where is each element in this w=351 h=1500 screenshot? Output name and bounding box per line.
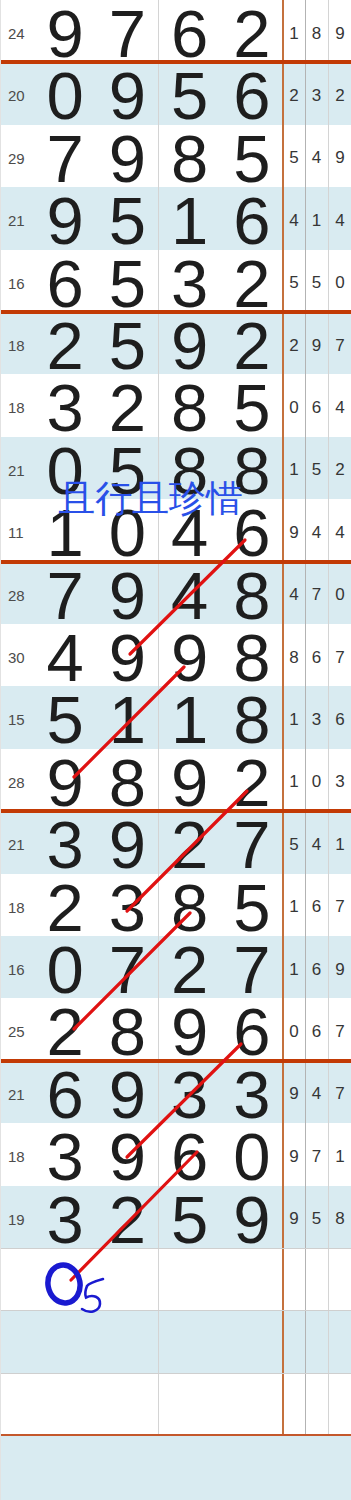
handwritten-5-annotation bbox=[82, 1279, 103, 1312]
trend-segment bbox=[71, 1152, 197, 1280]
trend-segment bbox=[74, 667, 184, 777]
trend-line-overlay bbox=[1, 0, 351, 1500]
watermark-text: 且行且珍惜 bbox=[58, 474, 243, 524]
trend-segment bbox=[127, 1044, 241, 1157]
trend-segment bbox=[127, 791, 247, 911]
trend-segment bbox=[74, 913, 190, 1029]
trend-segment bbox=[130, 540, 245, 654]
lottery-trend-board: 2497621892009562322979855492195164141665… bbox=[0, 0, 351, 1500]
prediction-circle bbox=[45, 1263, 83, 1306]
